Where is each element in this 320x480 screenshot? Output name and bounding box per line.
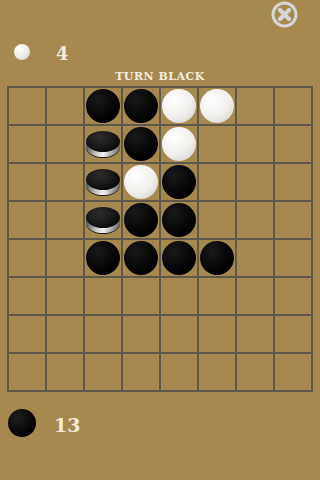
flipping-black-disc [86,169,120,196]
board-cell-e1[interactable] [161,88,197,124]
white-disc [162,127,196,161]
board-cell-e4[interactable] [161,202,197,238]
board-cell-d3[interactable] [123,164,159,200]
board [7,86,313,392]
board-cell-f3[interactable] [199,164,235,200]
black-disc [86,89,120,123]
board-cell-e5[interactable] [161,240,197,276]
white-disc [200,89,234,123]
board-cell-g2[interactable] [237,126,273,162]
board-cell-g1[interactable] [237,88,273,124]
board-cell-f6[interactable] [199,278,235,314]
board-cell-b1[interactable] [47,88,83,124]
black-disc [162,241,196,275]
disc-face [86,169,120,190]
black-disc [162,165,196,199]
close-button[interactable] [271,1,298,28]
board-cell-f8[interactable] [199,354,235,390]
board-cell-d6[interactable] [123,278,159,314]
board-cell-f2[interactable] [199,126,235,162]
board-cell-b8[interactable] [47,354,83,390]
board-cell-h8[interactable] [275,354,311,390]
white-score-count: 4 [56,43,69,64]
game-screen: 4 TURN BLACK 13 [0,0,320,480]
board-cell-h7[interactable] [275,316,311,352]
flipping-black-disc [86,131,120,158]
board-cell-d5[interactable] [123,240,159,276]
black-disc [124,203,158,237]
board-cell-d4[interactable] [123,202,159,238]
board-cell-b3[interactable] [47,164,83,200]
black-score-count: 13 [54,414,80,436]
board-cell-c1[interactable] [85,88,121,124]
board-cell-a1[interactable] [9,88,45,124]
board-cell-e8[interactable] [161,354,197,390]
turn-indicator: TURN BLACK [0,70,320,83]
board-cell-f1[interactable] [199,88,235,124]
disc-face [86,131,120,152]
board-cell-e2[interactable] [161,126,197,162]
board-cell-a2[interactable] [9,126,45,162]
board-cell-h5[interactable] [275,240,311,276]
black-score-disc [8,409,36,437]
black-disc [200,241,234,275]
board-cell-h1[interactable] [275,88,311,124]
board-cell-g6[interactable] [237,278,273,314]
black-disc [124,127,158,161]
board-cell-b4[interactable] [47,202,83,238]
board-cell-h4[interactable] [275,202,311,238]
board-cell-c8[interactable] [85,354,121,390]
white-disc [124,165,158,199]
board-cell-a3[interactable] [9,164,45,200]
board-cell-g7[interactable] [237,316,273,352]
board-cell-e7[interactable] [161,316,197,352]
board-cell-a6[interactable] [9,278,45,314]
board-cell-b5[interactable] [47,240,83,276]
board-cell-c6[interactable] [85,278,121,314]
board-cell-e3[interactable] [161,164,197,200]
board-cell-a7[interactable] [9,316,45,352]
board-cell-b7[interactable] [47,316,83,352]
board-cell-c7[interactable] [85,316,121,352]
board-cell-c4[interactable] [85,202,121,238]
board-cell-d8[interactable] [123,354,159,390]
white-score-disc [14,44,30,60]
disc-face [86,207,120,228]
board-cell-g3[interactable] [237,164,273,200]
board-cell-f4[interactable] [199,202,235,238]
board-cell-c3[interactable] [85,164,121,200]
board-cell-h6[interactable] [275,278,311,314]
board-cell-g8[interactable] [237,354,273,390]
board-cell-g5[interactable] [237,240,273,276]
board-cell-b6[interactable] [47,278,83,314]
board-cell-d7[interactable] [123,316,159,352]
board-cell-f5[interactable] [199,240,235,276]
close-icon [271,1,298,28]
black-disc [162,203,196,237]
flipping-black-disc [86,207,120,234]
board-cell-h2[interactable] [275,126,311,162]
board-cell-g4[interactable] [237,202,273,238]
board-cell-c5[interactable] [85,240,121,276]
board-cell-f7[interactable] [199,316,235,352]
board-cell-b2[interactable] [47,126,83,162]
board-cell-c2[interactable] [85,126,121,162]
black-disc [86,241,120,275]
board-cell-d2[interactable] [123,126,159,162]
board-cell-h3[interactable] [275,164,311,200]
board-cell-a5[interactable] [9,240,45,276]
black-disc [124,89,158,123]
white-disc [162,89,196,123]
board-cell-a8[interactable] [9,354,45,390]
board-cell-a4[interactable] [9,202,45,238]
board-cell-e6[interactable] [161,278,197,314]
black-disc [124,241,158,275]
board-cell-d1[interactable] [123,88,159,124]
